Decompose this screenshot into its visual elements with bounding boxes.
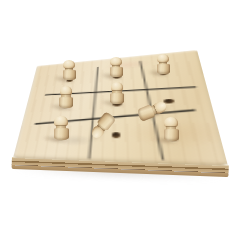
peg-r3c1[interactable] [54,116,69,140]
peg-r1c1[interactable] [63,60,76,80]
product-photo-stage [0,0,240,240]
peg-r2c1[interactable] [59,86,73,108]
peg-r2c2[interactable] [110,82,124,104]
peg-body [110,93,124,104]
peg-body [164,129,179,141]
peg-body [54,128,69,140]
peg-body [63,70,76,80]
peg-body [59,97,73,108]
peg-r1c2[interactable] [110,57,123,77]
peg-body [157,64,170,74]
peg-body [110,67,123,77]
loose-peg-2[interactable] [89,111,117,141]
peg-r3c3[interactable] [164,117,179,141]
pegs-layer [0,0,240,240]
peg-r1c3[interactable] [157,54,170,74]
